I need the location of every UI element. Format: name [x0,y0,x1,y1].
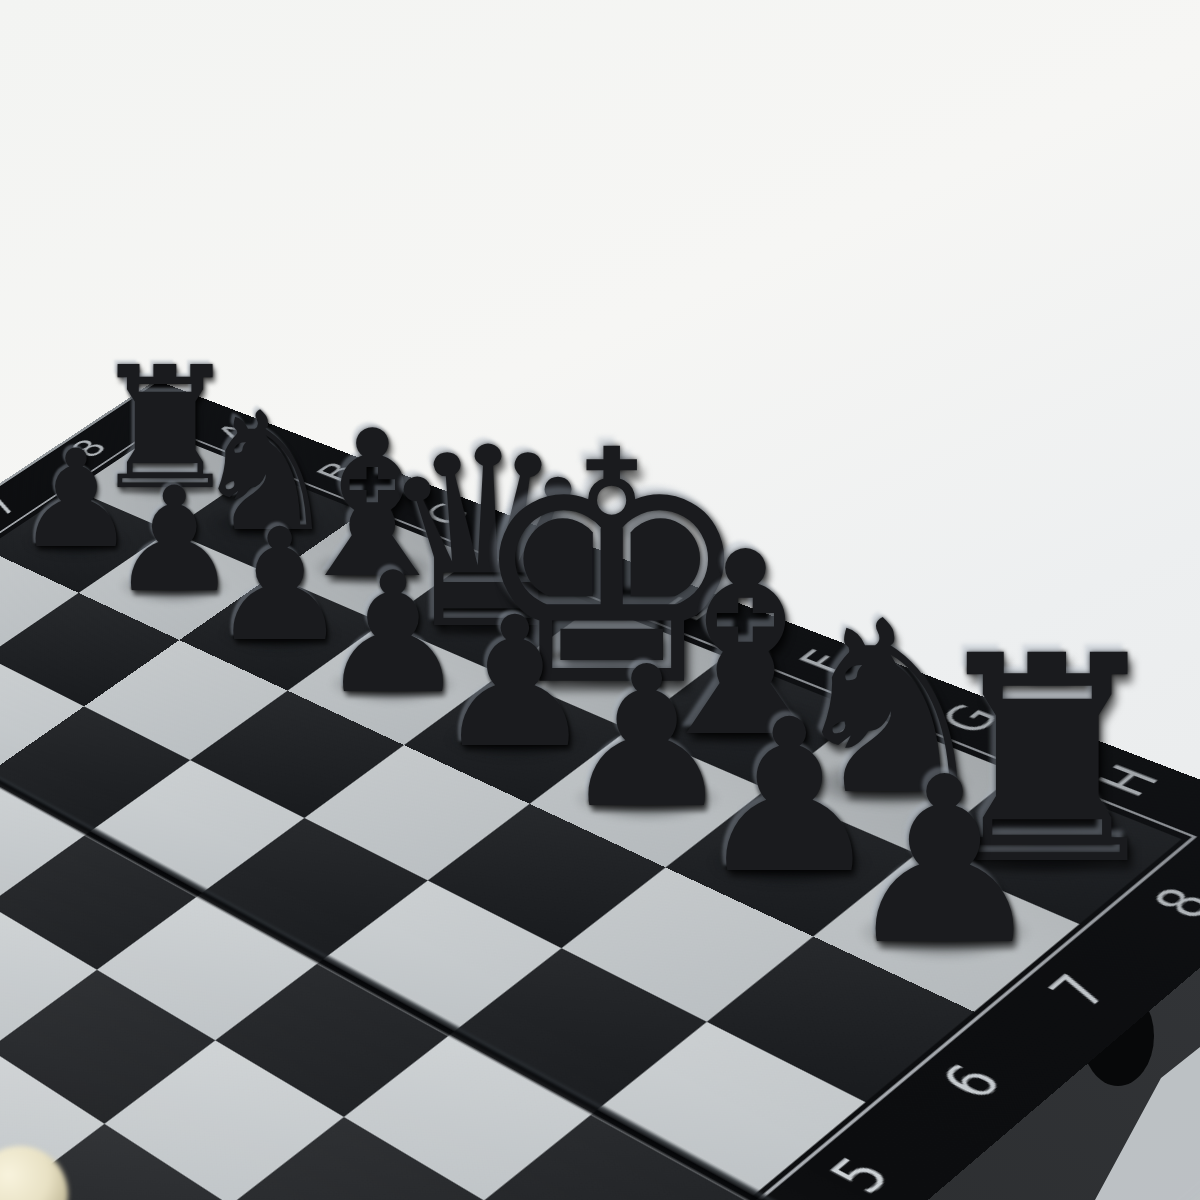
pieces-layer: ♜♞♟♝♟♛♟♚♟♝♟♞♟♜♟♟ [0,0,1200,1200]
piece-black-pawn-h7: ♟ [841,746,1047,976]
chess-set-photo: ABCDEFGH8877665544332211 ♜♞♟♝♟♛♟♚♟♝♟♞♟♜♟… [0,0,1200,1200]
